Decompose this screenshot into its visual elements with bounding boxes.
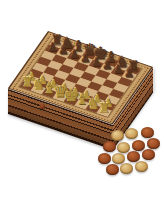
checker-disc-brown [98,153,111,164]
drawer-knob [40,104,45,109]
checker-disc-tan [135,161,148,172]
checker-disc-tan [112,153,125,164]
checker-disc-tan [120,163,133,174]
checker-disc-brown [132,140,145,151]
checker-disc-tan [125,128,138,139]
checker-disc-brown [106,164,119,175]
checker-disc-brown [103,141,116,152]
checker-disc-tan [117,142,130,153]
checker-disc-brown [127,151,140,162]
product-photo-stage: ♜♞♟♝♟♛♟♚♟♝♟♞♟♜♟♟♟♟♜♟♞♟♝♟♛♟♚♟♝♟♞♜ [0,0,164,200]
checker-disc-tan [111,130,124,141]
checker-disc-brown [141,127,154,138]
checker-disc-brown [142,149,155,160]
checker-disc-brown [147,138,160,149]
